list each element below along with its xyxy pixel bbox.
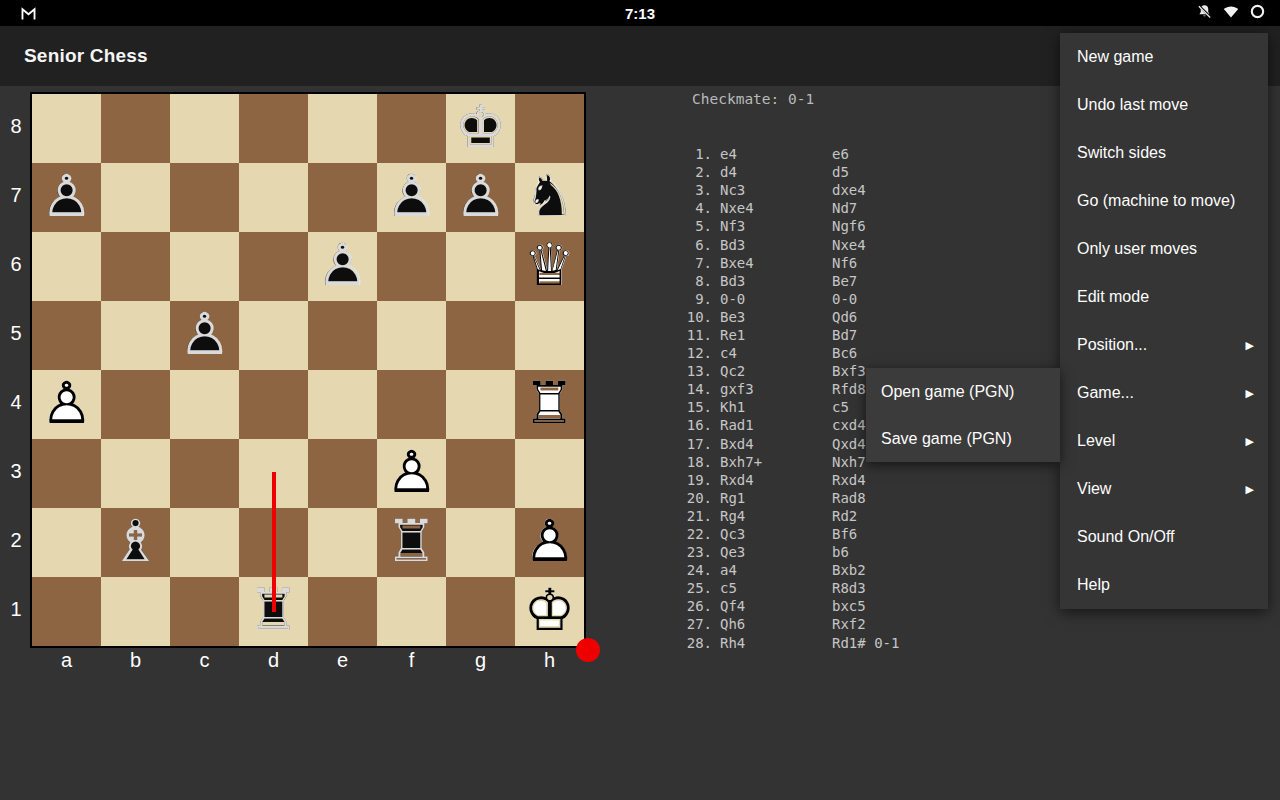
- submenu-item-label: Open game (PGN): [881, 383, 1014, 401]
- white-move: a4: [720, 562, 824, 578]
- square-d6[interactable]: [239, 232, 308, 301]
- game-result-text: Checkmate: 0-1: [692, 91, 814, 107]
- square-g3[interactable]: [446, 439, 515, 508]
- menu-item-sound-on-off[interactable]: Sound On/Off: [1060, 513, 1268, 561]
- move-number: 1.: [676, 146, 712, 162]
- black-move: bxc5: [832, 598, 926, 614]
- file-label-a: a: [32, 646, 101, 674]
- app-title: Senior Chess: [24, 26, 148, 86]
- move-number: 23.: [676, 544, 712, 560]
- submenu-item-save-game-pgn[interactable]: Save game (PGN): [866, 415, 1060, 462]
- square-h4[interactable]: ♜♖: [515, 370, 584, 439]
- square-a1[interactable]: [32, 577, 101, 646]
- menu-item-go-machine-to-move[interactable]: Go (machine to move): [1060, 177, 1268, 225]
- square-a7[interactable]: ♟♙: [32, 163, 101, 232]
- black-move: dxe4: [832, 182, 926, 198]
- white-move: Nf3: [720, 218, 824, 234]
- square-h1[interactable]: ♚♔: [515, 577, 584, 646]
- square-f4[interactable]: [377, 370, 446, 439]
- menu-item-only-user-moves[interactable]: Only user moves: [1060, 225, 1268, 273]
- white-move: 0-0: [720, 291, 824, 307]
- white-move: Qe3: [720, 544, 824, 560]
- black-move: Rad8: [832, 490, 926, 506]
- square-c2[interactable]: [170, 508, 239, 577]
- square-b2[interactable]: ♝♗: [101, 508, 170, 577]
- square-d7[interactable]: [239, 163, 308, 232]
- menu-item-label: View: [1077, 480, 1111, 498]
- square-g1[interactable]: [446, 577, 515, 646]
- file-label-g: g: [446, 646, 515, 674]
- white-move: Rg1: [720, 490, 824, 506]
- rank-label-5: 5: [4, 299, 28, 368]
- move-number: 11.: [676, 327, 712, 343]
- menu-item-label: Only user moves: [1077, 240, 1197, 258]
- move-row: 22.Qc3Bf6: [676, 525, 926, 543]
- square-c6[interactable]: [170, 232, 239, 301]
- move-number: 21.: [676, 508, 712, 524]
- move-row: 27.Qh6Rxf2: [676, 615, 926, 633]
- black-move: Nxe4: [832, 237, 926, 253]
- white-move: Bd3: [720, 273, 824, 289]
- menu-item-switch-sides[interactable]: Switch sides: [1060, 129, 1268, 177]
- white-move: Kh1: [720, 399, 824, 415]
- main-menu: New gameUndo last moveSwitch sidesGo (ma…: [1060, 33, 1268, 609]
- move-number: 22.: [676, 526, 712, 542]
- move-row: 19.Rxd4Rxd4: [676, 471, 926, 489]
- battery-circle-icon: [1249, 3, 1266, 24]
- black-move: 0-0: [832, 291, 926, 307]
- status-time: 7:13: [0, 0, 1280, 26]
- square-h8[interactable]: [515, 94, 584, 163]
- move-number: 3.: [676, 182, 712, 198]
- square-f2[interactable]: ♜♖: [377, 508, 446, 577]
- black-move: Nf6: [832, 255, 926, 271]
- black-move: Rxf2: [832, 616, 926, 632]
- black-move: Nd7: [832, 200, 926, 216]
- menu-item-undo-last-move[interactable]: Undo last move: [1060, 81, 1268, 129]
- square-f8[interactable]: [377, 94, 446, 163]
- square-e4[interactable]: [308, 370, 377, 439]
- rank-label-1: 1: [4, 575, 28, 644]
- move-row: 23.Qe3b6: [676, 543, 926, 561]
- move-row: 6.Bd3Nxe4: [676, 235, 926, 253]
- white-move: gxf3: [720, 381, 824, 397]
- move-row: 24.a4Bxb2: [676, 561, 926, 579]
- square-e3[interactable]: [308, 439, 377, 508]
- square-d5[interactable]: [239, 301, 308, 370]
- square-e2[interactable]: [308, 508, 377, 577]
- rank-labels: 87654321: [4, 92, 28, 644]
- move-number: 27.: [676, 616, 712, 632]
- square-b6[interactable]: [101, 232, 170, 301]
- move-row: 5.Nf3Ngf6: [676, 217, 926, 235]
- menu-item-position[interactable]: Position...▶: [1060, 321, 1268, 369]
- rank-label-4: 4: [4, 368, 28, 437]
- move-row: 2.d4d5: [676, 163, 926, 181]
- move-number: 20.: [676, 490, 712, 506]
- black-move: d5: [832, 164, 926, 180]
- white-move: Re1: [720, 327, 824, 343]
- black-move: Ngf6: [832, 218, 926, 234]
- rank-label-2: 2: [4, 506, 28, 575]
- move-number: 7.: [676, 255, 712, 271]
- move-row: 3.Nc3dxe4: [676, 181, 926, 199]
- square-f5[interactable]: [377, 301, 446, 370]
- square-a3[interactable]: [32, 439, 101, 508]
- white-move: Bd3: [720, 237, 824, 253]
- submenu-arrow-icon: ▶: [1246, 339, 1254, 352]
- menu-item-edit-mode[interactable]: Edit mode: [1060, 273, 1268, 321]
- move-number: 12.: [676, 345, 712, 361]
- move-number: 18.: [676, 454, 712, 470]
- square-g8[interactable]: ♚♔: [446, 94, 515, 163]
- move-row: 1.e4e6: [676, 145, 926, 163]
- move-number: 28.: [676, 635, 712, 651]
- submenu-item-label: Save game (PGN): [881, 430, 1012, 448]
- square-c1[interactable]: [170, 577, 239, 646]
- square-c3[interactable]: [170, 439, 239, 508]
- square-b7[interactable]: [101, 163, 170, 232]
- file-label-d: d: [239, 646, 308, 674]
- rank-label-7: 7: [4, 161, 28, 230]
- move-row: 4.Nxe4Nd7: [676, 199, 926, 217]
- menu-item-label: Sound On/Off: [1077, 528, 1175, 546]
- black-move: Be7: [832, 273, 926, 289]
- move-row: 8.Bd3Be7: [676, 272, 926, 290]
- menu-item-label: Level: [1077, 432, 1115, 450]
- status-bar: 7:13: [0, 0, 1280, 26]
- black-move: Rd2: [832, 508, 926, 524]
- move-number: 17.: [676, 436, 712, 452]
- move-number: 19.: [676, 472, 712, 488]
- white-move: Nc3: [720, 182, 824, 198]
- menu-item-label: Go (machine to move): [1077, 192, 1235, 210]
- white-move: c4: [720, 345, 824, 361]
- move-number: 10.: [676, 309, 712, 325]
- engine-status-dot: [576, 638, 600, 662]
- square-f1[interactable]: [377, 577, 446, 646]
- white-move: Rh4: [720, 635, 824, 651]
- square-g5[interactable]: [446, 301, 515, 370]
- white-move: Rxd4: [720, 472, 824, 488]
- black-move: Bf6: [832, 526, 926, 542]
- move-number: 16.: [676, 417, 712, 433]
- move-number: 2.: [676, 164, 712, 180]
- move-row: 12.c4Bc6: [676, 344, 926, 362]
- wifi-icon: [1222, 3, 1240, 24]
- square-a6[interactable]: [32, 232, 101, 301]
- move-row: 9.0-00-0: [676, 290, 926, 308]
- white-move: Bxh7+: [720, 454, 824, 470]
- white-move: Bxd4: [720, 436, 824, 452]
- square-a5[interactable]: [32, 301, 101, 370]
- square-d8[interactable]: [239, 94, 308, 163]
- square-d2[interactable]: [239, 508, 308, 577]
- black-move: Qd6: [832, 309, 926, 325]
- file-labels: abcdefgh: [32, 646, 584, 674]
- square-a8[interactable]: [32, 94, 101, 163]
- white-move: d4: [720, 164, 824, 180]
- file-label-e: e: [308, 646, 377, 674]
- menu-item-new-game[interactable]: New game: [1060, 33, 1268, 81]
- menu-item-label: Edit mode: [1077, 288, 1149, 306]
- square-g7[interactable]: ♟♙: [446, 163, 515, 232]
- white-move: Qf4: [720, 598, 824, 614]
- move-row: 25.c5R8d3: [676, 579, 926, 597]
- square-f6[interactable]: [377, 232, 446, 301]
- black-move: Bc6: [832, 345, 926, 361]
- move-row: 21.Rg4Rd2: [676, 507, 926, 525]
- notifications-off-icon: [1196, 3, 1213, 24]
- app-screen: 7:13 Senior Chess 87654321 abcdefgh ♚♔♟♙…: [0, 0, 1280, 800]
- square-c5[interactable]: ♟♙: [170, 301, 239, 370]
- chess-board[interactable]: ♚♔♟♙♟♙♟♙♞♘♟♙♛♕♟♙♟♙♜♖♟♙♝♗♜♖♟♙♜♖♚♔: [30, 92, 586, 648]
- black-move: Bd7: [832, 327, 926, 343]
- move-number: 9.: [676, 291, 712, 307]
- menu-item-label: Undo last move: [1077, 96, 1188, 114]
- square-h5[interactable]: [515, 301, 584, 370]
- menu-item-view[interactable]: View▶: [1060, 465, 1268, 513]
- submenu-arrow-icon: ▶: [1246, 387, 1254, 400]
- rank-label-3: 3: [4, 437, 28, 506]
- move-number: 4.: [676, 200, 712, 216]
- menu-item-label: New game: [1077, 48, 1153, 66]
- square-d3[interactable]: [239, 439, 308, 508]
- black-move: R8d3: [832, 580, 926, 596]
- white-move: c5: [720, 580, 824, 596]
- square-b3[interactable]: [101, 439, 170, 508]
- black-move: Rxd4: [832, 472, 926, 488]
- submenu-item-open-game-pgn[interactable]: Open game (PGN): [866, 368, 1060, 415]
- file-label-c: c: [170, 646, 239, 674]
- move-number: 25.: [676, 580, 712, 596]
- square-h7[interactable]: ♞♘: [515, 163, 584, 232]
- white-move: Rad1: [720, 417, 824, 433]
- move-row: 28.Rh4Rd1# 0-1: [676, 634, 926, 652]
- square-g2[interactable]: [446, 508, 515, 577]
- white-move: Qh6: [720, 616, 824, 632]
- file-label-h: h: [515, 646, 584, 674]
- menu-item-label: Game...: [1077, 384, 1134, 402]
- black-move: b6: [832, 544, 926, 560]
- submenu-arrow-icon: ▶: [1246, 435, 1254, 448]
- rank-label-6: 6: [4, 230, 28, 299]
- square-h3[interactable]: [515, 439, 584, 508]
- square-b4[interactable]: [101, 370, 170, 439]
- move-row: 7.Bxe4Nf6: [676, 254, 926, 272]
- square-b8[interactable]: [101, 94, 170, 163]
- move-row: 20.Rg1Rad8: [676, 489, 926, 507]
- square-e5[interactable]: [308, 301, 377, 370]
- menu-item-label: Help: [1077, 576, 1110, 594]
- square-d1[interactable]: ♜♖: [239, 577, 308, 646]
- menu-item-label: Switch sides: [1077, 144, 1166, 162]
- white-move: Be3: [720, 309, 824, 325]
- move-row: 10.Be3Qd6: [676, 308, 926, 326]
- move-number: 8.: [676, 273, 712, 289]
- move-number: 6.: [676, 237, 712, 253]
- square-e7[interactable]: [308, 163, 377, 232]
- square-h6[interactable]: ♛♕: [515, 232, 584, 301]
- square-g6[interactable]: [446, 232, 515, 301]
- move-number: 13.: [676, 363, 712, 379]
- move-number: 14.: [676, 381, 712, 397]
- square-e1[interactable]: [308, 577, 377, 646]
- rank-label-8: 8: [4, 92, 28, 161]
- move-number: 26.: [676, 598, 712, 614]
- file-label-f: f: [377, 646, 446, 674]
- move-number: 5.: [676, 218, 712, 234]
- move-row: 26.Qf4bxc5: [676, 597, 926, 615]
- move-number: 15.: [676, 399, 712, 415]
- menu-item-label: Position...: [1077, 336, 1147, 354]
- square-d4[interactable]: [239, 370, 308, 439]
- square-a2[interactable]: [32, 508, 101, 577]
- menu-item-level[interactable]: Level▶: [1060, 417, 1268, 465]
- black-move: Rd1# 0-1: [832, 635, 926, 651]
- game-submenu: Open game (PGN)Save game (PGN): [866, 368, 1060, 462]
- menu-item-game[interactable]: Game...▶: [1060, 369, 1268, 417]
- square-c8[interactable]: [170, 94, 239, 163]
- white-move: Rg4: [720, 508, 824, 524]
- black-move: e6: [832, 146, 926, 162]
- white-move: e4: [720, 146, 824, 162]
- submenu-arrow-icon: ▶: [1246, 483, 1254, 496]
- white-move: Bxe4: [720, 255, 824, 271]
- square-f7[interactable]: ♟♙: [377, 163, 446, 232]
- move-row: 11.Re1Bd7: [676, 326, 926, 344]
- file-label-b: b: [101, 646, 170, 674]
- square-c4[interactable]: [170, 370, 239, 439]
- white-move: Qc3: [720, 526, 824, 542]
- square-b1[interactable]: [101, 577, 170, 646]
- square-e6[interactable]: ♟♙: [308, 232, 377, 301]
- square-c7[interactable]: [170, 163, 239, 232]
- square-g4[interactable]: [446, 370, 515, 439]
- white-move: Nxe4: [720, 200, 824, 216]
- square-a4[interactable]: ♟♙: [32, 370, 101, 439]
- move-number: 24.: [676, 562, 712, 578]
- menu-item-help[interactable]: Help: [1060, 561, 1268, 609]
- black-move: Bxb2: [832, 562, 926, 578]
- white-move: Qc2: [720, 363, 824, 379]
- square-b5[interactable]: [101, 301, 170, 370]
- square-e8[interactable]: [308, 94, 377, 163]
- square-f3[interactable]: ♟♙: [377, 439, 446, 508]
- square-h2[interactable]: ♟♙: [515, 508, 584, 577]
